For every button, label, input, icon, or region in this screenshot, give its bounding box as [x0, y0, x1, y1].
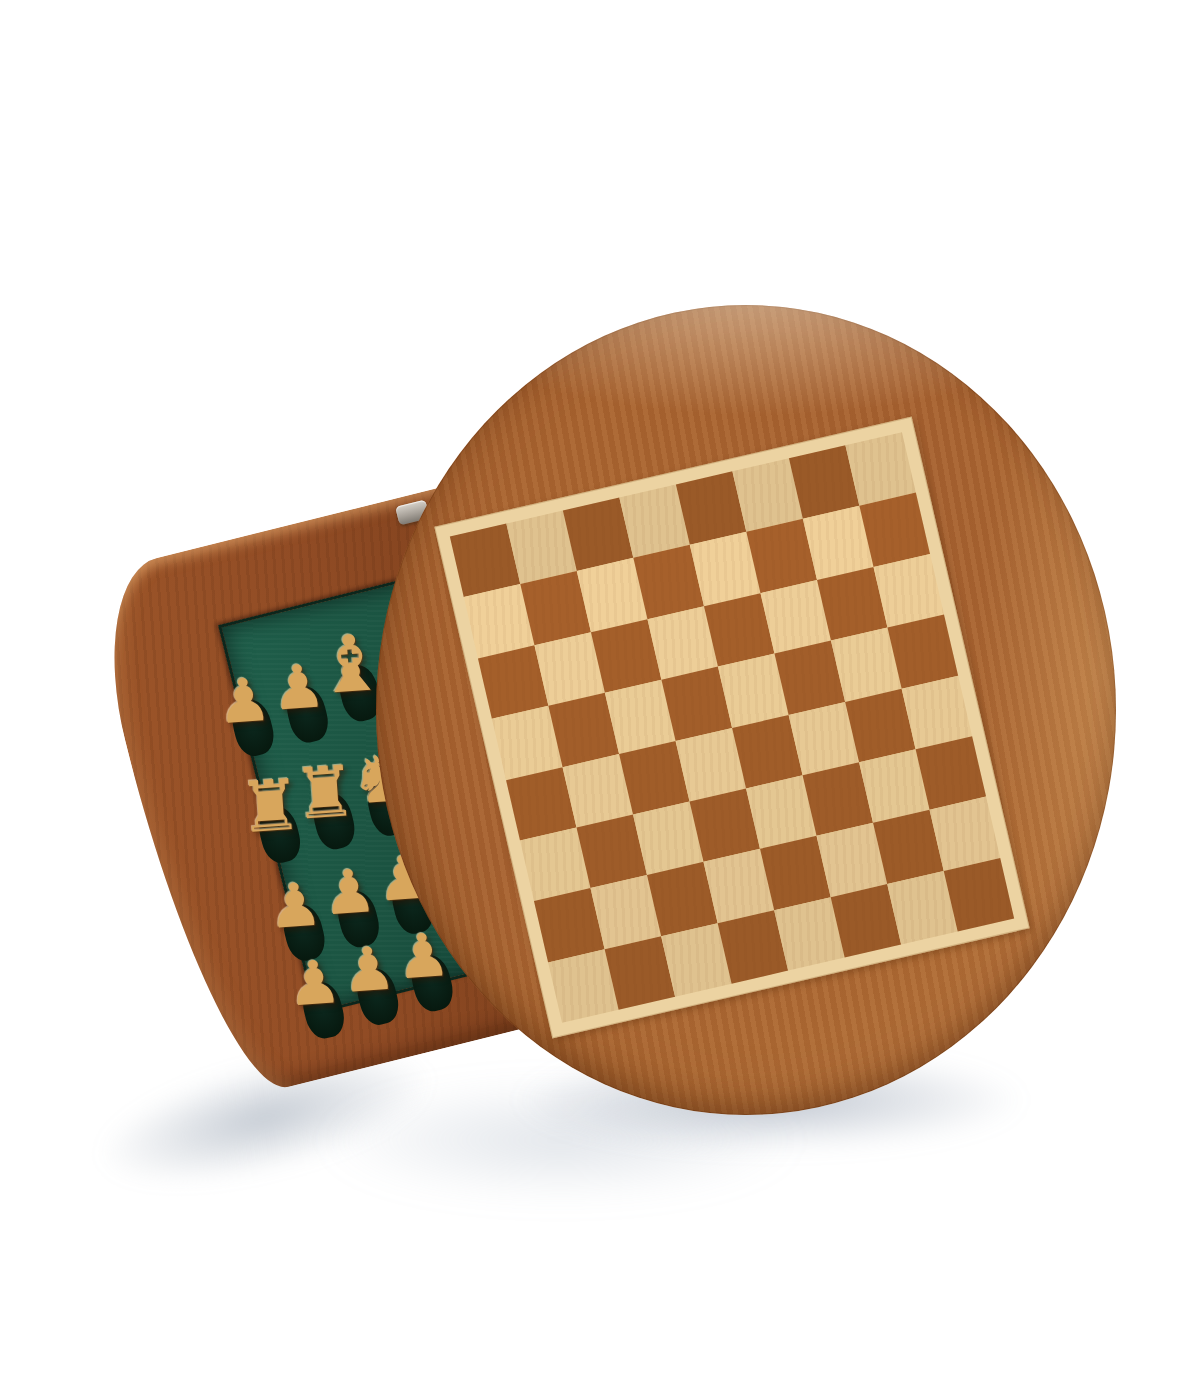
board-square-dark — [944, 858, 1015, 932]
round-chess-set-photo: ♟♟♝♜♜♞♟♟♟♟♟♟ — [0, 0, 1200, 1400]
board-lid-disc — [376, 305, 1116, 1115]
chess-piece-pawn: ♟ — [285, 951, 343, 1015]
chess-piece-pawn: ♟ — [320, 860, 378, 924]
chess-board-grid — [450, 432, 1014, 1023]
chess-piece-rook: ♜ — [291, 756, 358, 830]
chess-board — [434, 417, 1030, 1039]
chess-piece-pawn: ♟ — [340, 937, 398, 1001]
chess-piece-pawn: ♟ — [266, 873, 324, 937]
chess-piece-pawn: ♟ — [215, 669, 273, 733]
